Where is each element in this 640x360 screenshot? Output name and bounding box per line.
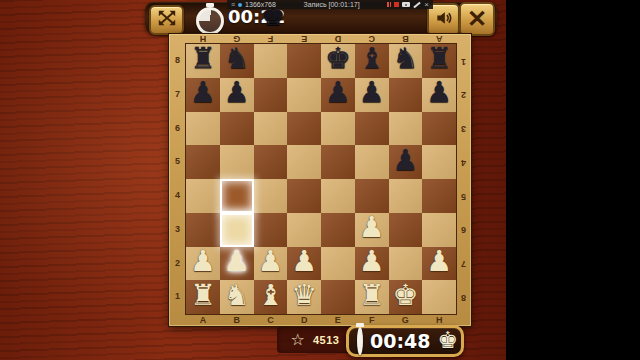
- rank-labels-left: 87654321: [169, 44, 186, 314]
- square-e4[interactable]: [321, 179, 355, 213]
- close-icon: ✕: [467, 7, 487, 31]
- square-h5[interactable]: [422, 145, 456, 179]
- square-b1[interactable]: ♞: [220, 280, 254, 314]
- chess-board-frame: ABCDEFGH ABCDEFGH 87654321 87654321 ♜♞♚♝…: [169, 34, 471, 326]
- coord-label: 4: [169, 179, 186, 213]
- square-f7[interactable]: ♟: [355, 78, 389, 112]
- coord-label: A: [186, 315, 220, 325]
- square-h2[interactable]: ♟: [422, 247, 456, 281]
- square-a6[interactable]: [186, 112, 220, 146]
- square-c2[interactable]: ♟: [254, 247, 288, 281]
- white-pawn: ♟: [359, 247, 385, 276]
- white-pawn: ♟: [190, 247, 216, 276]
- recorder-resolution: 1366x768: [245, 1, 276, 8]
- white-pawn: ♟: [224, 247, 250, 276]
- coord-label: 6: [456, 213, 471, 247]
- coord-label: G: [389, 315, 423, 325]
- square-g5[interactable]: ♟: [389, 145, 423, 179]
- score-value: 4513: [313, 334, 339, 346]
- black-pawn: ♟: [392, 146, 418, 175]
- screenshot-stage: 00:22 ♚ ✕ ≡ 1366x768 Запись [00:01:17]: [0, 0, 640, 360]
- recorder-menu-icon[interactable]: ≡: [231, 1, 235, 8]
- white-pawn: ♟: [426, 247, 452, 276]
- square-b7[interactable]: ♟: [220, 78, 254, 112]
- square-e3[interactable]: [321, 213, 355, 247]
- black-rook: ♜: [190, 44, 216, 73]
- stop-icon[interactable]: [394, 2, 399, 7]
- close-button[interactable]: ✕: [459, 2, 495, 36]
- square-f8[interactable]: ♝: [355, 44, 389, 78]
- white-king: ♚: [392, 281, 418, 310]
- square-g8[interactable]: ♞: [389, 44, 423, 78]
- square-g4[interactable]: [389, 179, 423, 213]
- square-c3[interactable]: [254, 213, 288, 247]
- square-h6[interactable]: [422, 112, 456, 146]
- square-h1[interactable]: [422, 280, 456, 314]
- square-g2[interactable]: [389, 247, 423, 281]
- square-e8[interactable]: ♚: [321, 44, 355, 78]
- square-f2[interactable]: ♟: [355, 247, 389, 281]
- coord-label: A: [422, 34, 456, 44]
- coord-label: D: [287, 315, 321, 325]
- white-knight: ♞: [224, 281, 250, 310]
- square-b3[interactable]: [220, 213, 254, 247]
- square-b6[interactable]: [220, 112, 254, 146]
- square-a3[interactable]: [186, 213, 220, 247]
- black-pawn: ♟: [190, 78, 216, 107]
- square-e1[interactable]: [321, 280, 355, 314]
- game-window-background: 00:22 ♚ ✕ ≡ 1366x768 Запись [00:01:17]: [0, 0, 506, 360]
- recorder-status: Запись [00:01:17]: [304, 1, 360, 8]
- coord-label: H: [186, 34, 220, 44]
- square-b8[interactable]: ♞: [220, 44, 254, 78]
- coord-label: 2: [456, 78, 471, 112]
- white-bishop: ♝: [257, 281, 283, 310]
- square-d2[interactable]: ♟: [287, 247, 321, 281]
- coord-label: 6: [169, 112, 186, 146]
- square-c5[interactable]: [254, 145, 288, 179]
- coord-label: E: [287, 34, 321, 44]
- white-pawn: ♟: [257, 247, 283, 276]
- white-clock-panel: 00:48 ♚: [346, 325, 464, 357]
- white-rook: ♜: [190, 281, 216, 310]
- square-h4[interactable]: [422, 179, 456, 213]
- white-stopwatch-icon: [357, 327, 363, 355]
- coord-label: 8: [169, 44, 186, 78]
- square-h8[interactable]: ♜: [422, 44, 456, 78]
- white-pawn: ♟: [291, 247, 317, 276]
- white-rook: ♜: [359, 281, 385, 310]
- white-clock: 00:48: [370, 330, 430, 352]
- square-b5[interactable]: [220, 145, 254, 179]
- recorder-app-icon: [238, 3, 242, 7]
- coord-label: 4: [456, 145, 471, 179]
- rank-labels-right: 87654321: [456, 44, 471, 314]
- square-c6[interactable]: [254, 112, 288, 146]
- coord-label: 8: [456, 280, 471, 314]
- black-pawn: ♟: [359, 78, 385, 107]
- square-d4[interactable]: [287, 179, 321, 213]
- black-knight: ♞: [392, 44, 418, 73]
- recorder-toolbar: ≡ 1366x768 Запись [00:01:17] ×: [227, 0, 433, 9]
- speaker-icon: [434, 8, 454, 32]
- coord-label: H: [422, 315, 456, 325]
- square-a2[interactable]: ♟: [186, 247, 220, 281]
- square-a4[interactable]: [186, 179, 220, 213]
- expand-arrows-icon: [157, 9, 177, 31]
- square-a1[interactable]: ♜: [186, 280, 220, 314]
- coord-label: C: [355, 34, 389, 44]
- white-pawn: ♟: [359, 213, 385, 242]
- coord-label: 7: [169, 78, 186, 112]
- file-labels-top: ABCDEFGH: [186, 34, 456, 44]
- fullscreen-button[interactable]: [149, 5, 184, 35]
- square-c7[interactable]: [254, 78, 288, 112]
- square-d3[interactable]: [287, 213, 321, 247]
- coord-label: 5: [169, 145, 186, 179]
- square-f1[interactable]: ♜: [355, 280, 389, 314]
- camera-icon[interactable]: [402, 2, 410, 7]
- square-d5[interactable]: [287, 145, 321, 179]
- square-g3[interactable]: [389, 213, 423, 247]
- square-e2[interactable]: [321, 247, 355, 281]
- score-panel: ☆ 4513: [277, 327, 353, 353]
- square-c8[interactable]: [254, 44, 288, 78]
- square-e6[interactable]: [321, 112, 355, 146]
- square-a8[interactable]: ♜: [186, 44, 220, 78]
- square-b4[interactable]: [220, 179, 254, 213]
- coord-label: 5: [456, 179, 471, 213]
- coord-label: 2: [169, 247, 186, 281]
- black-king: ♚: [325, 44, 351, 73]
- pause-icon[interactable]: [387, 2, 391, 7]
- coord-label: G: [220, 34, 254, 44]
- coord-label: B: [389, 34, 423, 44]
- square-d6[interactable]: [287, 112, 321, 146]
- coord-label: F: [254, 34, 288, 44]
- black-knight: ♞: [224, 44, 250, 73]
- square-g7[interactable]: [389, 78, 423, 112]
- pencil-icon[interactable]: [414, 1, 421, 8]
- square-c4[interactable]: [254, 179, 288, 213]
- black-rook: ♜: [426, 44, 452, 73]
- coord-label: C: [254, 315, 288, 325]
- square-e7[interactable]: ♟: [321, 78, 355, 112]
- square-h3[interactable]: [422, 213, 456, 247]
- screen-black-area: [506, 0, 640, 360]
- black-stopwatch-icon: [196, 7, 224, 35]
- black-pawn: ♟: [224, 78, 250, 107]
- square-e5[interactable]: [321, 145, 355, 179]
- black-pawn: ♟: [325, 78, 351, 107]
- square-a7[interactable]: ♟: [186, 78, 220, 112]
- coord-label: 3: [169, 213, 186, 247]
- coord-label: 1: [456, 44, 471, 78]
- square-d8[interactable]: [287, 44, 321, 78]
- square-d7[interactable]: [287, 78, 321, 112]
- square-g6[interactable]: [389, 112, 423, 146]
- square-b2[interactable]: ♟: [220, 247, 254, 281]
- recorder-close-icon[interactable]: ×: [424, 1, 429, 9]
- square-f5[interactable]: [355, 145, 389, 179]
- coord-label: 1: [169, 280, 186, 314]
- square-h7[interactable]: ♟: [422, 78, 456, 112]
- square-c1[interactable]: ♝: [254, 280, 288, 314]
- coord-label: D: [321, 34, 355, 44]
- coord-label: B: [220, 315, 254, 325]
- black-pawn: ♟: [426, 78, 452, 107]
- square-g1[interactable]: ♚: [389, 280, 423, 314]
- coord-label: E: [321, 315, 355, 325]
- black-bishop: ♝: [359, 44, 385, 73]
- square-f3[interactable]: ♟: [355, 213, 389, 247]
- coord-label: 3: [456, 112, 471, 146]
- square-f6[interactable]: [355, 112, 389, 146]
- white-queen: ♛: [291, 281, 317, 310]
- chess-board: ♜♞♚♝♞♜♟♟♟♟♟♟♟♟♟♟♟♟♟♜♞♝♛♜♚: [186, 44, 456, 314]
- square-f4[interactable]: [355, 179, 389, 213]
- square-a5[interactable]: [186, 145, 220, 179]
- square-d1[interactable]: ♛: [287, 280, 321, 314]
- white-king-icon: ♚: [437, 329, 458, 352]
- star-icon: ☆: [291, 332, 305, 348]
- coord-label: 7: [456, 247, 471, 281]
